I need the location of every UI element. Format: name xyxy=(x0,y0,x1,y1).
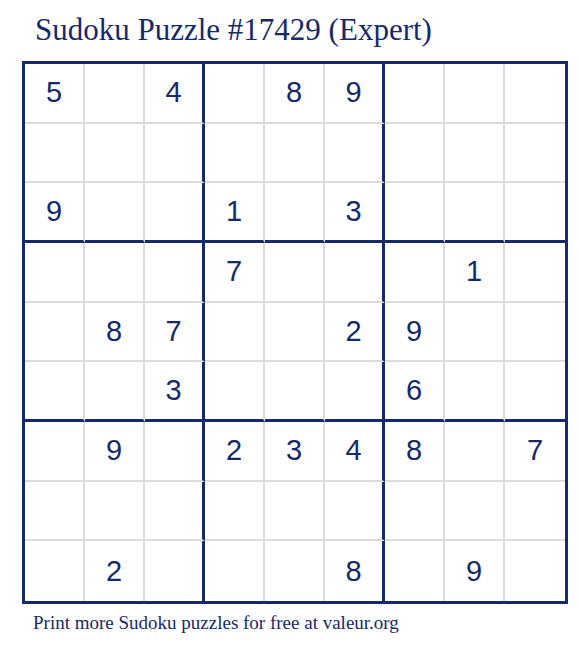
cell-r7c7[interactable]: 8 xyxy=(385,422,445,482)
cell-r4c8[interactable]: 1 xyxy=(445,243,505,303)
cell-r2c3[interactable] xyxy=(145,124,205,184)
cell-r4c9[interactable] xyxy=(505,243,565,303)
cell-r8c3[interactable] xyxy=(145,482,205,542)
cell-r9c4[interactable] xyxy=(205,541,265,601)
cell-r1c7[interactable] xyxy=(385,64,445,124)
cell-r4c5[interactable] xyxy=(265,243,325,303)
cell-r4c1[interactable] xyxy=(25,243,85,303)
cell-r1c4[interactable] xyxy=(205,64,265,124)
cell-r5c2[interactable]: 8 xyxy=(85,303,145,363)
cell-r2c1[interactable] xyxy=(25,124,85,184)
cell-r8c9[interactable] xyxy=(505,482,565,542)
sudoku-print-page: Sudoku Puzzle #17429 (Expert) 5489913718… xyxy=(0,0,580,651)
cell-r5c1[interactable] xyxy=(25,303,85,363)
cell-r3c3[interactable] xyxy=(145,183,205,243)
cell-r5c7[interactable]: 9 xyxy=(385,303,445,363)
cell-r1c2[interactable] xyxy=(85,64,145,124)
cell-r9c7[interactable] xyxy=(385,541,445,601)
cell-r7c8[interactable] xyxy=(445,422,505,482)
cell-r5c8[interactable] xyxy=(445,303,505,363)
cell-r8c7[interactable] xyxy=(385,482,445,542)
cell-r7c5[interactable]: 3 xyxy=(265,422,325,482)
cell-r3c2[interactable] xyxy=(85,183,145,243)
cell-r9c1[interactable] xyxy=(25,541,85,601)
cell-r2c8[interactable] xyxy=(445,124,505,184)
cell-r9c5[interactable] xyxy=(265,541,325,601)
cell-r3c9[interactable] xyxy=(505,183,565,243)
cell-r6c7[interactable]: 6 xyxy=(385,362,445,422)
cell-r3c7[interactable] xyxy=(385,183,445,243)
cell-r7c1[interactable] xyxy=(25,422,85,482)
cell-r9c8[interactable]: 9 xyxy=(445,541,505,601)
cell-r4c2[interactable] xyxy=(85,243,145,303)
cell-r1c8[interactable] xyxy=(445,64,505,124)
cell-r5c3[interactable]: 7 xyxy=(145,303,205,363)
cell-r8c2[interactable] xyxy=(85,482,145,542)
cell-r5c6[interactable]: 2 xyxy=(325,303,385,363)
cell-r7c4[interactable]: 2 xyxy=(205,422,265,482)
cell-r8c4[interactable] xyxy=(205,482,265,542)
cell-r6c3[interactable]: 3 xyxy=(145,362,205,422)
cell-r1c6[interactable]: 9 xyxy=(325,64,385,124)
footer-note: Print more Sudoku puzzles for free at va… xyxy=(33,612,399,634)
cell-r9c9[interactable] xyxy=(505,541,565,601)
cell-r2c7[interactable] xyxy=(385,124,445,184)
cell-r9c2[interactable]: 2 xyxy=(85,541,145,601)
cell-r2c6[interactable] xyxy=(325,124,385,184)
cell-r4c4[interactable]: 7 xyxy=(205,243,265,303)
cell-r7c9[interactable]: 7 xyxy=(505,422,565,482)
cell-r6c9[interactable] xyxy=(505,362,565,422)
cell-r6c1[interactable] xyxy=(25,362,85,422)
cell-r2c2[interactable] xyxy=(85,124,145,184)
cell-r3c4[interactable]: 1 xyxy=(205,183,265,243)
cell-r1c5[interactable]: 8 xyxy=(265,64,325,124)
cell-r8c1[interactable] xyxy=(25,482,85,542)
cell-r7c6[interactable]: 4 xyxy=(325,422,385,482)
cell-r6c4[interactable] xyxy=(205,362,265,422)
cell-r8c8[interactable] xyxy=(445,482,505,542)
cell-r9c3[interactable] xyxy=(145,541,205,601)
cell-r4c7[interactable] xyxy=(385,243,445,303)
cell-r3c8[interactable] xyxy=(445,183,505,243)
cell-r1c9[interactable] xyxy=(505,64,565,124)
cell-r7c2[interactable]: 9 xyxy=(85,422,145,482)
cell-r8c5[interactable] xyxy=(265,482,325,542)
cell-r5c9[interactable] xyxy=(505,303,565,363)
cell-r1c1[interactable]: 5 xyxy=(25,64,85,124)
cell-r4c6[interactable] xyxy=(325,243,385,303)
cell-r2c5[interactable] xyxy=(265,124,325,184)
cell-r7c3[interactable] xyxy=(145,422,205,482)
cell-r6c6[interactable] xyxy=(325,362,385,422)
cell-r8c6[interactable] xyxy=(325,482,385,542)
cell-r2c4[interactable] xyxy=(205,124,265,184)
cell-r2c9[interactable] xyxy=(505,124,565,184)
cell-r4c3[interactable] xyxy=(145,243,205,303)
cell-r5c5[interactable] xyxy=(265,303,325,363)
cell-r3c5[interactable] xyxy=(265,183,325,243)
cell-r3c6[interactable]: 3 xyxy=(325,183,385,243)
cell-r9c6[interactable]: 8 xyxy=(325,541,385,601)
cell-r6c8[interactable] xyxy=(445,362,505,422)
page-title: Sudoku Puzzle #17429 (Expert) xyxy=(35,12,432,48)
cell-r1c3[interactable]: 4 xyxy=(145,64,205,124)
cell-r6c5[interactable] xyxy=(265,362,325,422)
sudoku-board: 548991371872936923487289 xyxy=(22,61,568,604)
cell-r5c4[interactable] xyxy=(205,303,265,363)
cell-r3c1[interactable]: 9 xyxy=(25,183,85,243)
cell-r6c2[interactable] xyxy=(85,362,145,422)
